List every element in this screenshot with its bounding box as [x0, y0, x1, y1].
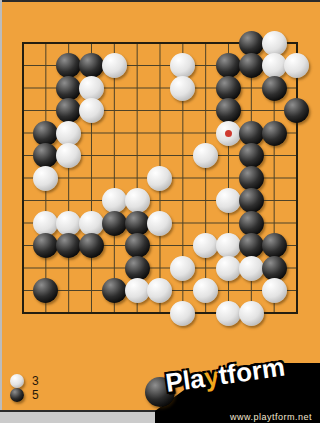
white-stone — [170, 256, 195, 281]
white-stone — [170, 301, 195, 326]
white-stone — [216, 301, 241, 326]
black-stone — [239, 166, 264, 191]
white-stone — [193, 233, 218, 258]
black-stone — [125, 211, 150, 236]
black-stone — [56, 98, 81, 123]
white-stone — [147, 166, 172, 191]
white-stone — [33, 166, 58, 191]
white-stone — [56, 143, 81, 168]
logo-url: www.playtform.net — [230, 412, 312, 422]
white-stone — [216, 121, 241, 146]
white-stone — [125, 278, 150, 303]
white-stone — [79, 76, 104, 101]
white-stone — [262, 31, 287, 56]
black-stone — [102, 278, 127, 303]
white-stone — [56, 121, 81, 146]
black-stone — [216, 98, 241, 123]
black-stone — [239, 211, 264, 236]
black-stone — [284, 98, 309, 123]
white-stone — [170, 76, 195, 101]
white-stone — [262, 53, 287, 78]
white-stone — [79, 211, 104, 236]
go-app-window: { "game": "Go", "board": { "size": 13 },… — [0, 0, 320, 423]
window-left-edge — [0, 0, 2, 423]
white-stone — [216, 188, 241, 213]
black-capture-count: 5 — [32, 388, 39, 402]
white-stone — [56, 211, 81, 236]
white-stone — [193, 143, 218, 168]
black-stone — [262, 121, 287, 146]
black-stone — [102, 211, 127, 236]
black-stone-icon — [10, 388, 24, 402]
white-stone — [239, 256, 264, 281]
white-stone — [216, 233, 241, 258]
capture-counts-panel: 3 5 — [10, 374, 39, 402]
white-stone — [102, 53, 127, 78]
window-top-edge — [0, 0, 320, 2]
black-stone — [216, 53, 241, 78]
white-stone — [125, 188, 150, 213]
playtform-logo: Playtform www.playtform.net — [140, 360, 320, 423]
black-stone — [33, 121, 58, 146]
white-stone — [147, 211, 172, 236]
white-stone — [262, 278, 287, 303]
black-stone — [239, 188, 264, 213]
black-stone — [262, 256, 287, 281]
white-stone — [284, 53, 309, 78]
black-stone — [262, 76, 287, 101]
white-stone — [79, 98, 104, 123]
black-stone — [239, 53, 264, 78]
black-stone — [239, 121, 264, 146]
black-stone — [79, 233, 104, 258]
black-stone — [125, 256, 150, 281]
black-stone — [56, 53, 81, 78]
black-stone — [216, 76, 241, 101]
white-stone — [102, 188, 127, 213]
black-stone — [56, 76, 81, 101]
black-stone — [262, 233, 287, 258]
black-stone — [79, 53, 104, 78]
white-stone — [193, 278, 218, 303]
black-stone — [239, 143, 264, 168]
last-move-marker — [225, 130, 232, 137]
black-stone — [125, 233, 150, 258]
black-captures-row: 5 — [10, 388, 39, 402]
white-stone-icon — [10, 374, 24, 388]
black-stone — [56, 233, 81, 258]
black-stone — [239, 233, 264, 258]
white-stone — [33, 211, 58, 236]
white-captures-row: 3 — [10, 374, 39, 388]
white-capture-count: 3 — [32, 374, 39, 388]
black-stone — [239, 31, 264, 56]
logo-part-pla: Pla — [164, 363, 207, 398]
white-stone — [216, 256, 241, 281]
go-board[interactable] — [23, 43, 297, 313]
white-stone — [239, 301, 264, 326]
